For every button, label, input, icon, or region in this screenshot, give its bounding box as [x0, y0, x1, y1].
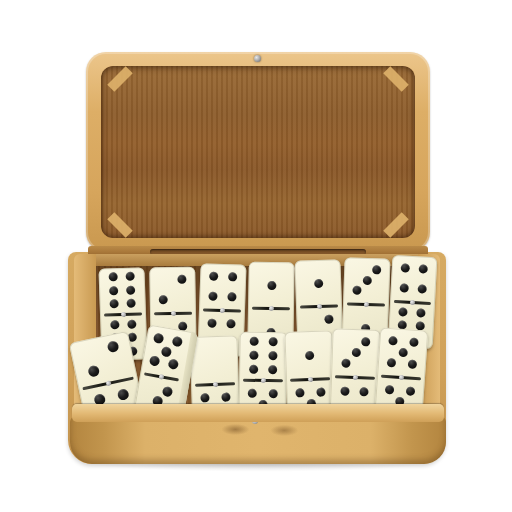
box-front-face — [70, 416, 446, 464]
pip — [340, 387, 349, 396]
lid-corner-miter — [383, 212, 408, 237]
pip — [250, 351, 259, 360]
top-half-0 — [189, 335, 239, 383]
pip — [227, 292, 236, 301]
pip — [398, 348, 408, 358]
pip — [351, 348, 360, 357]
pip — [269, 389, 278, 398]
pip — [417, 284, 426, 293]
pip — [116, 388, 129, 401]
top-half-5 — [377, 327, 428, 377]
pip — [159, 295, 168, 304]
pip — [110, 320, 119, 329]
pip — [171, 336, 183, 348]
pip — [268, 365, 277, 374]
top-half-4 — [199, 263, 247, 309]
lid-corner-miter — [383, 66, 408, 91]
pip — [127, 299, 136, 308]
pip — [361, 337, 370, 346]
pip — [372, 265, 381, 274]
pip — [106, 340, 119, 353]
pip — [267, 281, 276, 290]
pip — [209, 291, 218, 300]
pip — [221, 393, 230, 402]
pip — [109, 299, 118, 308]
pip — [385, 385, 395, 395]
pip — [401, 263, 410, 272]
lid-corner-miter — [107, 212, 132, 237]
pip — [228, 272, 237, 281]
pip — [126, 285, 135, 294]
pip — [208, 319, 217, 328]
pip — [167, 359, 179, 371]
top-half-4 — [390, 255, 437, 302]
pip — [109, 286, 118, 295]
pip — [316, 388, 325, 397]
pip — [388, 336, 398, 346]
pip — [209, 271, 218, 280]
pip — [409, 337, 419, 347]
tray-front-rim — [72, 404, 444, 422]
pip — [126, 272, 135, 281]
pip — [295, 388, 304, 397]
domino-box-scene — [0, 0, 512, 512]
lid-corner-miter — [107, 66, 132, 91]
top-half-3 — [343, 257, 391, 303]
pip — [353, 286, 362, 295]
pip — [87, 365, 100, 378]
pip — [324, 315, 333, 324]
top-half-3 — [331, 328, 381, 376]
pip — [408, 359, 418, 369]
pip — [399, 307, 408, 316]
lid-magnet-pin — [254, 55, 261, 62]
top-half-6 — [98, 267, 146, 313]
top-half-1 — [248, 262, 295, 307]
pip — [268, 351, 277, 360]
pip — [127, 319, 136, 328]
pip — [177, 275, 186, 284]
top-half-1 — [294, 259, 342, 305]
lid-interior-panel — [101, 66, 415, 238]
top-half-5 — [141, 324, 192, 378]
pip — [419, 264, 428, 273]
pip — [341, 358, 350, 367]
pip — [416, 308, 425, 317]
pip — [248, 389, 257, 398]
top-half-6 — [239, 332, 288, 379]
pip — [160, 346, 172, 358]
pip — [314, 278, 323, 287]
pip — [400, 283, 409, 292]
pip — [108, 273, 117, 282]
pip — [249, 364, 258, 373]
pip — [305, 351, 314, 360]
pip — [226, 320, 235, 329]
pip — [149, 355, 161, 367]
pip — [153, 333, 165, 345]
box-lid[interactable] — [86, 52, 430, 252]
top-half-1 — [284, 330, 334, 378]
pip — [162, 386, 174, 398]
top-half-2 — [149, 267, 196, 312]
pip — [268, 337, 277, 346]
pip — [362, 276, 371, 285]
pip — [250, 337, 259, 346]
pip — [406, 386, 416, 396]
pip — [359, 387, 368, 396]
pip — [387, 358, 397, 368]
pip — [200, 393, 209, 402]
